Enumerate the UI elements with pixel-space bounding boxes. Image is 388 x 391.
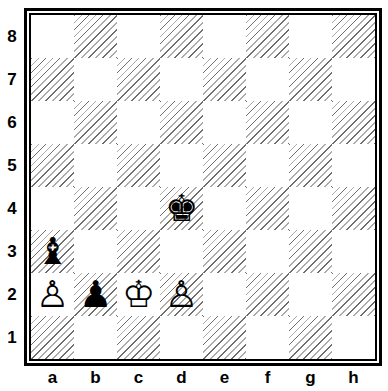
- square-a8: [31, 15, 74, 58]
- square-f5: [246, 144, 289, 187]
- square-c4: [117, 187, 160, 230]
- white-king: ♔: [122, 273, 155, 316]
- square-c3: [117, 230, 160, 273]
- square-a3: ♝: [31, 230, 74, 273]
- black-king: ♚: [165, 187, 198, 230]
- square-d2: ♙: [160, 273, 203, 316]
- square-e5: [203, 144, 246, 187]
- square-a1: [31, 316, 74, 359]
- diagram-layout: 87654321 ♚♝♙♟♔♙ abcdefgh: [0, 8, 388, 391]
- square-d6: [160, 101, 203, 144]
- black-pawn: ♟: [79, 273, 112, 316]
- square-b8: [74, 15, 117, 58]
- square-c5: [117, 144, 160, 187]
- rank-label-3: 3: [0, 230, 24, 273]
- square-b2: ♟: [74, 273, 117, 316]
- square-h6: [332, 101, 375, 144]
- square-g4: [289, 187, 332, 230]
- square-f3: [246, 230, 289, 273]
- rank-label-2: 2: [0, 273, 24, 316]
- square-c8: [117, 15, 160, 58]
- square-e8: [203, 15, 246, 58]
- square-e4: [203, 187, 246, 230]
- file-labels: abcdefgh: [31, 366, 382, 391]
- square-c2: ♔: [117, 273, 160, 316]
- square-b6: [74, 101, 117, 144]
- square-g6: [289, 101, 332, 144]
- file-label-g: g: [289, 368, 332, 391]
- square-b4: [74, 187, 117, 230]
- square-g3: [289, 230, 332, 273]
- rank-label-8: 8: [0, 15, 24, 58]
- file-label-a: a: [31, 368, 74, 391]
- square-b1: [74, 316, 117, 359]
- square-h5: [332, 144, 375, 187]
- square-b3: [74, 230, 117, 273]
- rank-label-7: 7: [0, 58, 24, 101]
- square-f4: [246, 187, 289, 230]
- file-label-f: f: [246, 368, 289, 391]
- square-f1: [246, 316, 289, 359]
- square-g7: [289, 58, 332, 101]
- square-g5: [289, 144, 332, 187]
- square-a6: [31, 101, 74, 144]
- rank-label-6: 6: [0, 101, 24, 144]
- square-e1: [203, 316, 246, 359]
- board-frame: ♚♝♙♟♔♙: [24, 8, 382, 366]
- square-c6: [117, 101, 160, 144]
- file-label-h: h: [332, 368, 375, 391]
- square-h7: [332, 58, 375, 101]
- file-label-b: b: [74, 368, 117, 391]
- rank-labels: 87654321: [0, 8, 24, 366]
- file-label-c: c: [117, 368, 160, 391]
- square-e3: [203, 230, 246, 273]
- black-bishop: ♝: [36, 230, 69, 273]
- square-a7: [31, 58, 74, 101]
- square-h2: [332, 273, 375, 316]
- file-label-e: e: [203, 368, 246, 391]
- file-label-d: d: [160, 368, 203, 391]
- square-e2: [203, 273, 246, 316]
- square-a4: [31, 187, 74, 230]
- white-pawn: ♙: [36, 273, 69, 316]
- square-b7: [74, 58, 117, 101]
- rank-label-4: 4: [0, 187, 24, 230]
- square-h8: [332, 15, 375, 58]
- square-d1: [160, 316, 203, 359]
- square-a2: ♙: [31, 273, 74, 316]
- square-g2: [289, 273, 332, 316]
- chess-board: ♚♝♙♟♔♙: [29, 13, 377, 361]
- square-f2: [246, 273, 289, 316]
- square-h4: [332, 187, 375, 230]
- square-e7: [203, 58, 246, 101]
- square-d4: ♚: [160, 187, 203, 230]
- square-b5: [74, 144, 117, 187]
- rank-label-5: 5: [0, 144, 24, 187]
- square-d8: [160, 15, 203, 58]
- square-h1: [332, 316, 375, 359]
- square-c7: [117, 58, 160, 101]
- rank-label-1: 1: [0, 316, 24, 359]
- white-pawn: ♙: [165, 273, 198, 316]
- square-a5: [31, 144, 74, 187]
- square-e6: [203, 101, 246, 144]
- square-f8: [246, 15, 289, 58]
- square-g8: [289, 15, 332, 58]
- square-c1: [117, 316, 160, 359]
- square-f6: [246, 101, 289, 144]
- square-d5: [160, 144, 203, 187]
- square-d3: [160, 230, 203, 273]
- square-d7: [160, 58, 203, 101]
- square-f7: [246, 58, 289, 101]
- chess-diagram: 87654321 ♚♝♙♟♔♙ abcdefgh: [0, 0, 388, 391]
- square-g1: [289, 316, 332, 359]
- square-h3: [332, 230, 375, 273]
